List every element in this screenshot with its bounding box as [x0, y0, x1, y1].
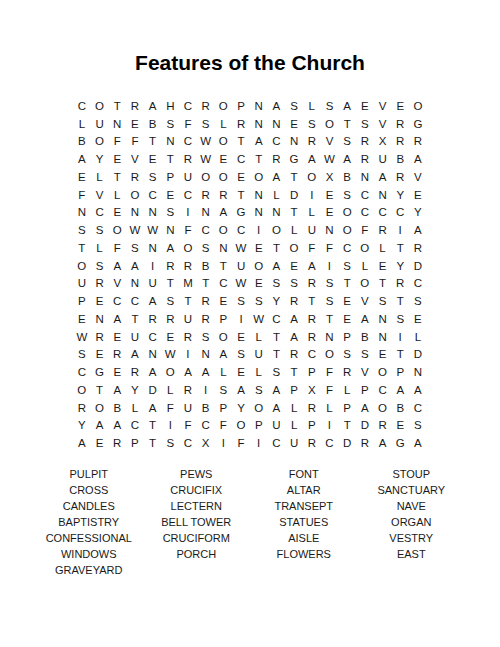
grid-cell[interactable]: C — [144, 186, 162, 204]
grid-cell[interactable]: W — [144, 221, 162, 239]
grid-cell[interactable]: W — [197, 133, 215, 151]
grid-cell[interactable]: T — [161, 275, 179, 293]
grid-cell[interactable]: O — [338, 221, 356, 239]
grid-cell[interactable]: D — [285, 186, 303, 204]
grid-cell[interactable]: S — [409, 417, 427, 435]
grid-cell[interactable]: R — [126, 97, 144, 115]
grid-cell[interactable]: A — [338, 97, 356, 115]
grid-cell[interactable]: A — [409, 150, 427, 168]
grid-cell[interactable]: S — [356, 115, 374, 133]
grid-cell[interactable]: O — [374, 399, 392, 417]
grid-cell[interactable]: B — [391, 150, 409, 168]
grid-cell[interactable]: O — [250, 257, 268, 275]
grid-cell[interactable]: T — [161, 150, 179, 168]
grid-cell[interactable]: O — [161, 363, 179, 381]
grid-cell[interactable]: I — [197, 381, 215, 399]
grid-cell[interactable]: F — [73, 186, 91, 204]
grid-cell[interactable]: C — [91, 204, 109, 222]
grid-cell[interactable]: A — [232, 381, 250, 399]
grid-cell[interactable]: U — [179, 310, 197, 328]
grid-cell[interactable]: E — [144, 150, 162, 168]
grid-cell[interactable]: N — [126, 204, 144, 222]
grid-cell[interactable]: F — [108, 133, 126, 151]
grid-cell[interactable]: S — [338, 257, 356, 275]
grid-cell[interactable]: C — [197, 221, 215, 239]
grid-cell[interactable]: A — [91, 417, 109, 435]
grid-cell[interactable]: F — [108, 239, 126, 257]
grid-cell[interactable]: L — [285, 221, 303, 239]
grid-cell[interactable]: T — [285, 363, 303, 381]
grid-cell[interactable]: R — [356, 133, 374, 151]
grid-cell[interactable]: A — [215, 346, 233, 364]
grid-cell[interactable]: F — [232, 434, 250, 452]
grid-cell[interactable]: U — [303, 221, 321, 239]
grid-cell[interactable]: T — [374, 275, 392, 293]
grid-cell[interactable]: S — [374, 292, 392, 310]
grid-cell[interactable]: E — [91, 346, 109, 364]
grid-cell[interactable]: S — [161, 292, 179, 310]
grid-cell[interactable]: O — [250, 399, 268, 417]
grid-cell[interactable]: B — [197, 257, 215, 275]
grid-cell[interactable]: S — [321, 97, 339, 115]
grid-cell[interactable]: N — [161, 221, 179, 239]
grid-cell[interactable]: C — [179, 434, 197, 452]
grid-cell[interactable]: F — [179, 115, 197, 133]
grid-cell[interactable]: S — [73, 221, 91, 239]
grid-cell[interactable]: L — [108, 186, 126, 204]
grid-cell[interactable]: L — [250, 328, 268, 346]
grid-cell[interactable]: R — [108, 346, 126, 364]
grid-cell[interactable]: X — [197, 434, 215, 452]
grid-cell[interactable]: T — [144, 417, 162, 435]
grid-cell[interactable]: P — [161, 168, 179, 186]
grid-cell[interactable]: A — [391, 381, 409, 399]
grid-cell[interactable]: L — [338, 381, 356, 399]
grid-cell[interactable]: C — [232, 150, 250, 168]
grid-cell[interactable]: S — [73, 346, 91, 364]
grid-cell[interactable]: R — [303, 133, 321, 151]
grid-cell[interactable]: E — [391, 417, 409, 435]
grid-cell[interactable]: T — [321, 310, 339, 328]
grid-cell[interactable]: C — [73, 363, 91, 381]
grid-cell[interactable]: Y — [91, 150, 109, 168]
grid-cell[interactable]: D — [144, 381, 162, 399]
grid-cell[interactable]: S — [391, 310, 409, 328]
grid-cell[interactable]: I — [321, 417, 339, 435]
grid-cell[interactable]: B — [108, 399, 126, 417]
grid-cell[interactable]: A — [303, 257, 321, 275]
grid-cell[interactable]: I — [250, 221, 268, 239]
grid-cell[interactable]: S — [338, 133, 356, 151]
grid-cell[interactable]: W — [197, 150, 215, 168]
grid-cell[interactable]: R — [303, 328, 321, 346]
grid-cell[interactable]: R — [391, 168, 409, 186]
grid-cell[interactable]: E — [232, 168, 250, 186]
grid-cell[interactable]: P — [338, 399, 356, 417]
grid-cell[interactable]: O — [215, 97, 233, 115]
grid-cell[interactable]: R — [356, 434, 374, 452]
grid-cell[interactable]: V — [374, 115, 392, 133]
grid-cell[interactable]: O — [321, 346, 339, 364]
grid-cell[interactable]: C — [374, 381, 392, 399]
grid-cell[interactable]: N — [409, 363, 427, 381]
grid-cell[interactable]: A — [144, 292, 162, 310]
grid-cell[interactable]: C — [215, 275, 233, 293]
grid-cell[interactable]: A — [268, 257, 286, 275]
grid-cell[interactable]: T — [144, 133, 162, 151]
grid-cell[interactable]: S — [250, 381, 268, 399]
grid-cell[interactable]: P — [250, 417, 268, 435]
grid-cell[interactable]: T — [338, 115, 356, 133]
grid-cell[interactable]: T — [91, 381, 109, 399]
grid-cell[interactable]: R — [197, 97, 215, 115]
grid-cell[interactable]: N — [374, 328, 392, 346]
grid-cell[interactable]: L — [285, 417, 303, 435]
grid-cell[interactable]: O — [197, 168, 215, 186]
grid-cell[interactable]: Y — [73, 417, 91, 435]
grid-cell[interactable]: A — [144, 399, 162, 417]
grid-cell[interactable]: A — [108, 417, 126, 435]
grid-cell[interactable]: E — [108, 363, 126, 381]
grid-cell[interactable]: O — [356, 239, 374, 257]
grid-cell[interactable]: R — [391, 115, 409, 133]
grid-cell[interactable]: F — [356, 221, 374, 239]
grid-cell[interactable]: I — [391, 328, 409, 346]
grid-cell[interactable]: T — [232, 186, 250, 204]
grid-cell[interactable]: S — [338, 346, 356, 364]
grid-cell[interactable]: T — [108, 168, 126, 186]
grid-cell[interactable]: R — [285, 292, 303, 310]
grid-cell[interactable]: H — [161, 97, 179, 115]
grid-cell[interactable]: O — [303, 168, 321, 186]
grid-cell[interactable]: E — [409, 186, 427, 204]
grid-cell[interactable]: E — [374, 346, 392, 364]
grid-cell[interactable]: G — [409, 115, 427, 133]
grid-cell[interactable]: R — [126, 168, 144, 186]
grid-cell[interactable]: C — [108, 292, 126, 310]
grid-cell[interactable]: S — [197, 328, 215, 346]
grid-cell[interactable]: R — [391, 133, 409, 151]
grid-cell[interactable]: C — [338, 239, 356, 257]
grid-cell[interactable]: A — [268, 399, 286, 417]
grid-cell[interactable]: D — [409, 346, 427, 364]
grid-cell[interactable]: N — [197, 346, 215, 364]
grid-cell[interactable]: E — [73, 310, 91, 328]
grid-cell[interactable]: R — [91, 328, 109, 346]
grid-cell[interactable]: U — [144, 275, 162, 293]
grid-cell[interactable]: R — [268, 150, 286, 168]
grid-cell[interactable]: O — [108, 221, 126, 239]
grid-cell[interactable]: P — [303, 417, 321, 435]
grid-cell[interactable]: L — [268, 186, 286, 204]
grid-cell[interactable]: W — [73, 328, 91, 346]
grid-cell[interactable]: L — [356, 257, 374, 275]
grid-cell[interactable]: V — [409, 168, 427, 186]
grid-cell[interactable]: E — [356, 97, 374, 115]
grid-cell[interactable]: L — [409, 328, 427, 346]
grid-cell[interactable]: F — [215, 417, 233, 435]
grid-cell[interactable]: Y — [391, 257, 409, 275]
grid-cell[interactable]: W — [161, 346, 179, 364]
grid-cell[interactable]: T — [338, 275, 356, 293]
grid-cell[interactable]: D — [356, 417, 374, 435]
grid-cell[interactable]: N — [374, 186, 392, 204]
grid-cell[interactable]: S — [215, 381, 233, 399]
grid-cell[interactable]: E — [108, 150, 126, 168]
grid-cell[interactable]: R — [409, 239, 427, 257]
grid-cell[interactable]: F — [179, 417, 197, 435]
grid-cell[interactable]: P — [338, 328, 356, 346]
grid-cell[interactable]: P — [232, 97, 250, 115]
grid-cell[interactable]: U — [73, 275, 91, 293]
grid-cell[interactable]: P — [285, 381, 303, 399]
grid-cell[interactable]: T — [391, 239, 409, 257]
grid-cell[interactable]: B — [391, 399, 409, 417]
grid-cell[interactable]: D — [338, 434, 356, 452]
grid-cell[interactable]: S — [197, 239, 215, 257]
grid-cell[interactable]: E — [215, 292, 233, 310]
grid-cell[interactable]: D — [409, 257, 427, 275]
grid-cell[interactable]: S — [161, 204, 179, 222]
grid-cell[interactable]: F — [321, 239, 339, 257]
grid-cell[interactable]: V — [356, 363, 374, 381]
grid-cell[interactable]: E — [126, 115, 144, 133]
grid-cell[interactable]: S — [91, 221, 109, 239]
grid-cell[interactable]: T — [108, 97, 126, 115]
grid-cell[interactable]: S — [356, 346, 374, 364]
grid-cell[interactable]: L — [215, 363, 233, 381]
grid-cell[interactable]: U — [91, 115, 109, 133]
grid-cell[interactable]: C — [409, 399, 427, 417]
grid-cell[interactable]: L — [303, 204, 321, 222]
grid-cell[interactable]: C — [126, 292, 144, 310]
grid-cell[interactable]: R — [303, 399, 321, 417]
grid-cell[interactable]: C — [232, 221, 250, 239]
grid-cell[interactable]: S — [268, 363, 286, 381]
grid-cell[interactable]: T — [215, 257, 233, 275]
grid-cell[interactable]: C — [321, 434, 339, 452]
grid-cell[interactable]: B — [338, 168, 356, 186]
grid-cell[interactable]: P — [126, 434, 144, 452]
grid-cell[interactable]: A — [179, 363, 197, 381]
grid-cell[interactable]: A — [268, 381, 286, 399]
grid-cell[interactable]: U — [179, 168, 197, 186]
grid-cell[interactable]: T — [285, 168, 303, 186]
grid-cell[interactable]: R — [215, 186, 233, 204]
grid-cell[interactable]: G — [285, 150, 303, 168]
grid-cell[interactable]: E — [409, 310, 427, 328]
grid-cell[interactable]: F — [179, 221, 197, 239]
grid-cell[interactable]: N — [250, 186, 268, 204]
grid-cell[interactable]: L — [250, 363, 268, 381]
grid-cell[interactable]: C — [179, 133, 197, 151]
grid-cell[interactable]: A — [409, 381, 427, 399]
grid-cell[interactable]: E — [285, 257, 303, 275]
grid-cell[interactable]: F — [303, 239, 321, 257]
grid-cell[interactable]: L — [285, 399, 303, 417]
grid-cell[interactable]: E — [338, 292, 356, 310]
grid-cell[interactable]: S — [285, 97, 303, 115]
grid-cell[interactable]: E — [108, 328, 126, 346]
grid-cell[interactable]: O — [250, 168, 268, 186]
grid-cell[interactable]: O — [215, 221, 233, 239]
grid-cell[interactable]: B — [144, 115, 162, 133]
grid-cell[interactable]: V — [356, 292, 374, 310]
grid-cell[interactable]: N — [215, 239, 233, 257]
grid-cell[interactable]: R — [374, 417, 392, 435]
grid-cell[interactable]: A — [250, 133, 268, 151]
grid-cell[interactable]: R — [303, 275, 321, 293]
grid-cell[interactable]: N — [321, 328, 339, 346]
grid-cell[interactable]: S — [409, 292, 427, 310]
grid-cell[interactable]: T — [303, 292, 321, 310]
grid-cell[interactable]: S — [161, 115, 179, 133]
grid-cell[interactable]: N — [144, 239, 162, 257]
grid-cell[interactable]: I — [321, 257, 339, 275]
grid-cell[interactable]: T — [268, 328, 286, 346]
grid-cell[interactable]: O — [126, 186, 144, 204]
grid-cell[interactable]: W — [321, 150, 339, 168]
grid-cell[interactable]: C — [268, 133, 286, 151]
grid-cell[interactable]: E — [321, 204, 339, 222]
grid-cell[interactable]: R — [179, 381, 197, 399]
grid-cell[interactable]: F — [321, 381, 339, 399]
grid-cell[interactable]: N — [126, 275, 144, 293]
grid-cell[interactable]: A — [108, 310, 126, 328]
grid-cell[interactable]: A — [144, 363, 162, 381]
grid-cell[interactable]: R — [197, 310, 215, 328]
grid-cell[interactable]: L — [91, 168, 109, 186]
grid-cell[interactable]: A — [409, 434, 427, 452]
grid-cell[interactable]: V — [321, 133, 339, 151]
grid-cell[interactable]: R — [197, 186, 215, 204]
grid-cell[interactable]: C — [73, 97, 91, 115]
grid-cell[interactable]: R — [409, 133, 427, 151]
grid-cell[interactable]: Y — [268, 292, 286, 310]
grid-cell[interactable]: C — [356, 204, 374, 222]
grid-cell[interactable]: T — [179, 292, 197, 310]
grid-cell[interactable]: O — [232, 417, 250, 435]
grid-cell[interactable]: N — [161, 133, 179, 151]
grid-cell[interactable]: A — [108, 257, 126, 275]
grid-cell[interactable]: U — [268, 417, 286, 435]
grid-cell[interactable]: T — [144, 434, 162, 452]
grid-cell[interactable]: L — [161, 381, 179, 399]
grid-cell[interactable]: R — [73, 399, 91, 417]
grid-cell[interactable]: Y — [232, 399, 250, 417]
grid-cell[interactable]: Y — [126, 381, 144, 399]
grid-cell[interactable]: R — [126, 363, 144, 381]
grid-cell[interactable]: X — [303, 381, 321, 399]
grid-cell[interactable]: X — [321, 168, 339, 186]
grid-cell[interactable]: E — [250, 239, 268, 257]
grid-cell[interactable]: S — [232, 346, 250, 364]
grid-cell[interactable]: R — [303, 310, 321, 328]
grid-cell[interactable]: A — [285, 310, 303, 328]
grid-cell[interactable]: R — [285, 346, 303, 364]
grid-cell[interactable]: R — [303, 434, 321, 452]
grid-cell[interactable]: I — [391, 221, 409, 239]
grid-cell[interactable]: A — [338, 150, 356, 168]
grid-cell[interactable]: V — [91, 186, 109, 204]
grid-cell[interactable]: T — [232, 133, 250, 151]
grid-cell[interactable]: N — [73, 204, 91, 222]
grid-cell[interactable]: B — [73, 133, 91, 151]
grid-cell[interactable]: R — [356, 150, 374, 168]
grid-cell[interactable]: S — [321, 292, 339, 310]
grid-cell[interactable]: T — [391, 292, 409, 310]
grid-cell[interactable]: C — [374, 204, 392, 222]
grid-cell[interactable]: N — [108, 115, 126, 133]
grid-cell[interactable]: G — [391, 434, 409, 452]
grid-cell[interactable]: E — [391, 97, 409, 115]
grid-cell[interactable]: L — [374, 239, 392, 257]
grid-cell[interactable]: A — [215, 204, 233, 222]
grid-cell[interactable]: U — [126, 328, 144, 346]
grid-cell[interactable]: V — [108, 275, 126, 293]
grid-cell[interactable]: U — [374, 150, 392, 168]
grid-cell[interactable]: F — [321, 363, 339, 381]
grid-cell[interactable]: A — [303, 150, 321, 168]
grid-cell[interactable]: S — [197, 115, 215, 133]
grid-cell[interactable]: N — [268, 115, 286, 133]
grid-cell[interactable]: E — [250, 275, 268, 293]
grid-cell[interactable]: L — [126, 399, 144, 417]
grid-cell[interactable]: O — [91, 399, 109, 417]
grid-cell[interactable]: M — [179, 275, 197, 293]
grid-cell[interactable]: O — [215, 328, 233, 346]
grid-cell[interactable]: R — [144, 310, 162, 328]
grid-cell[interactable]: P — [303, 363, 321, 381]
grid-cell[interactable]: S — [91, 257, 109, 275]
grid-cell[interactable]: P — [356, 381, 374, 399]
grid-cell[interactable]: E — [73, 168, 91, 186]
grid-cell[interactable]: O — [321, 115, 339, 133]
grid-cell[interactable]: S — [321, 275, 339, 293]
grid-cell[interactable]: O — [215, 168, 233, 186]
grid-cell[interactable]: L — [215, 115, 233, 133]
grid-cell[interactable]: S — [303, 115, 321, 133]
grid-cell[interactable]: B — [356, 328, 374, 346]
grid-cell[interactable]: L — [321, 399, 339, 417]
grid-cell[interactable]: A — [126, 257, 144, 275]
grid-cell[interactable]: N — [321, 221, 339, 239]
grid-cell[interactable]: C — [268, 434, 286, 452]
grid-cell[interactable]: I — [232, 310, 250, 328]
grid-cell[interactable]: W — [232, 275, 250, 293]
grid-cell[interactable]: T — [338, 417, 356, 435]
grid-cell[interactable]: W — [126, 221, 144, 239]
grid-cell[interactable]: N — [197, 204, 215, 222]
grid-cell[interactable]: C — [391, 204, 409, 222]
grid-cell[interactable]: Y — [391, 186, 409, 204]
grid-cell[interactable]: W — [250, 310, 268, 328]
grid-cell[interactable]: X — [374, 133, 392, 151]
grid-cell[interactable]: N — [356, 168, 374, 186]
grid-cell[interactable]: C — [179, 97, 197, 115]
grid-cell[interactable]: A — [73, 434, 91, 452]
grid-cell[interactable]: C — [303, 346, 321, 364]
grid-cell[interactable]: S — [285, 275, 303, 293]
grid-cell[interactable]: S — [250, 292, 268, 310]
grid-cell[interactable]: C — [197, 417, 215, 435]
grid-cell[interactable]: A — [73, 150, 91, 168]
grid-cell[interactable]: V — [374, 97, 392, 115]
grid-cell[interactable]: I — [144, 257, 162, 275]
grid-cell[interactable]: R — [179, 257, 197, 275]
grid-cell[interactable]: Y — [409, 204, 427, 222]
grid-cell[interactable]: R — [374, 221, 392, 239]
